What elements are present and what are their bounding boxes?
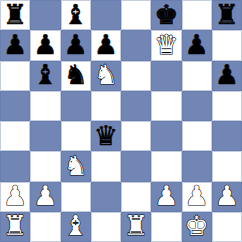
square-g2[interactable]: ♟ (182, 182, 212, 212)
black-bishop: ♝ (33, 61, 57, 88)
square-c2[interactable] (61, 182, 91, 212)
square-c1[interactable]: ♝ (61, 212, 91, 242)
white-pawn: ♟ (185, 182, 209, 209)
square-d4[interactable]: ♛ (91, 121, 121, 151)
square-a7[interactable]: ♟ (0, 30, 30, 60)
square-b1[interactable] (30, 212, 60, 242)
square-e5[interactable] (121, 91, 151, 121)
square-c6[interactable]: ♞ (61, 61, 91, 91)
square-c5[interactable] (61, 91, 91, 121)
square-e1[interactable]: ♜ (121, 212, 151, 242)
square-b5[interactable] (30, 91, 60, 121)
white-knight: ♞ (94, 61, 118, 88)
square-b2[interactable]: ♟ (30, 182, 60, 212)
black-bishop: ♝ (64, 1, 88, 28)
square-g4[interactable] (182, 121, 212, 151)
square-d7[interactable]: ♟ (91, 30, 121, 60)
square-f1[interactable] (151, 212, 181, 242)
black-pawn: ♟ (185, 31, 209, 58)
white-knight: ♞ (64, 152, 88, 179)
square-a6[interactable] (0, 61, 30, 91)
square-e3[interactable] (121, 151, 151, 181)
white-pawn: ♟ (3, 182, 27, 209)
square-d6[interactable]: ♞ (91, 61, 121, 91)
square-b6[interactable]: ♝ (30, 61, 60, 91)
square-f4[interactable] (151, 121, 181, 151)
white-pawn: ♟ (154, 182, 178, 209)
square-b8[interactable] (30, 0, 60, 30)
square-e6[interactable] (121, 61, 151, 91)
black-queen: ♛ (94, 122, 118, 149)
square-e7[interactable] (121, 30, 151, 60)
square-h1[interactable] (212, 212, 242, 242)
square-g1[interactable]: ♚ (182, 212, 212, 242)
square-b7[interactable]: ♟ (30, 30, 60, 60)
white-bishop: ♝ (64, 212, 88, 239)
white-rook: ♜ (3, 212, 27, 239)
square-c8[interactable]: ♝ (61, 0, 91, 30)
square-a4[interactable] (0, 121, 30, 151)
square-c4[interactable] (61, 121, 91, 151)
square-g6[interactable] (182, 61, 212, 91)
square-c3[interactable]: ♞ (61, 151, 91, 181)
square-a5[interactable] (0, 91, 30, 121)
square-h4[interactable] (212, 121, 242, 151)
square-e4[interactable] (121, 121, 151, 151)
square-h6[interactable]: ♟ (212, 61, 242, 91)
square-f6[interactable] (151, 61, 181, 91)
white-queen: ♛ (154, 31, 178, 58)
square-h5[interactable] (212, 91, 242, 121)
square-a8[interactable]: ♜ (0, 0, 30, 30)
square-f8[interactable]: ♚ (151, 0, 181, 30)
square-h7[interactable] (212, 30, 242, 60)
chess-board: ♜♝♚♜♟♟♟♟♛♟♝♞♞♟♛♞♟♟♟♟♟♜♝♜♚ (0, 0, 242, 242)
white-king: ♚ (185, 212, 209, 239)
square-f2[interactable]: ♟ (151, 182, 181, 212)
square-a3[interactable] (0, 151, 30, 181)
square-f7[interactable]: ♛ (151, 30, 181, 60)
black-king: ♚ (154, 1, 178, 28)
black-pawn: ♟ (3, 31, 27, 58)
square-g3[interactable] (182, 151, 212, 181)
black-pawn: ♟ (215, 61, 239, 88)
square-g7[interactable]: ♟ (182, 30, 212, 60)
white-rook: ♜ (124, 212, 148, 239)
square-a1[interactable]: ♜ (0, 212, 30, 242)
black-rook: ♜ (215, 1, 239, 28)
square-d2[interactable] (91, 182, 121, 212)
black-pawn: ♟ (33, 31, 57, 58)
square-c7[interactable]: ♟ (61, 30, 91, 60)
square-d3[interactable] (91, 151, 121, 181)
square-b3[interactable] (30, 151, 60, 181)
square-d5[interactable] (91, 91, 121, 121)
square-f3[interactable] (151, 151, 181, 181)
square-e8[interactable] (121, 0, 151, 30)
black-knight: ♞ (64, 61, 88, 88)
square-d8[interactable] (91, 0, 121, 30)
square-h8[interactable]: ♜ (212, 0, 242, 30)
white-pawn: ♟ (215, 182, 239, 209)
square-f5[interactable] (151, 91, 181, 121)
square-a2[interactable]: ♟ (0, 182, 30, 212)
square-h3[interactable] (212, 151, 242, 181)
square-e2[interactable] (121, 182, 151, 212)
square-g8[interactable] (182, 0, 212, 30)
black-rook: ♜ (3, 1, 27, 28)
black-pawn: ♟ (94, 31, 118, 58)
square-h2[interactable]: ♟ (212, 182, 242, 212)
square-b4[interactable] (30, 121, 60, 151)
square-g5[interactable] (182, 91, 212, 121)
black-pawn: ♟ (64, 31, 88, 58)
white-pawn: ♟ (33, 182, 57, 209)
square-d1[interactable] (91, 212, 121, 242)
